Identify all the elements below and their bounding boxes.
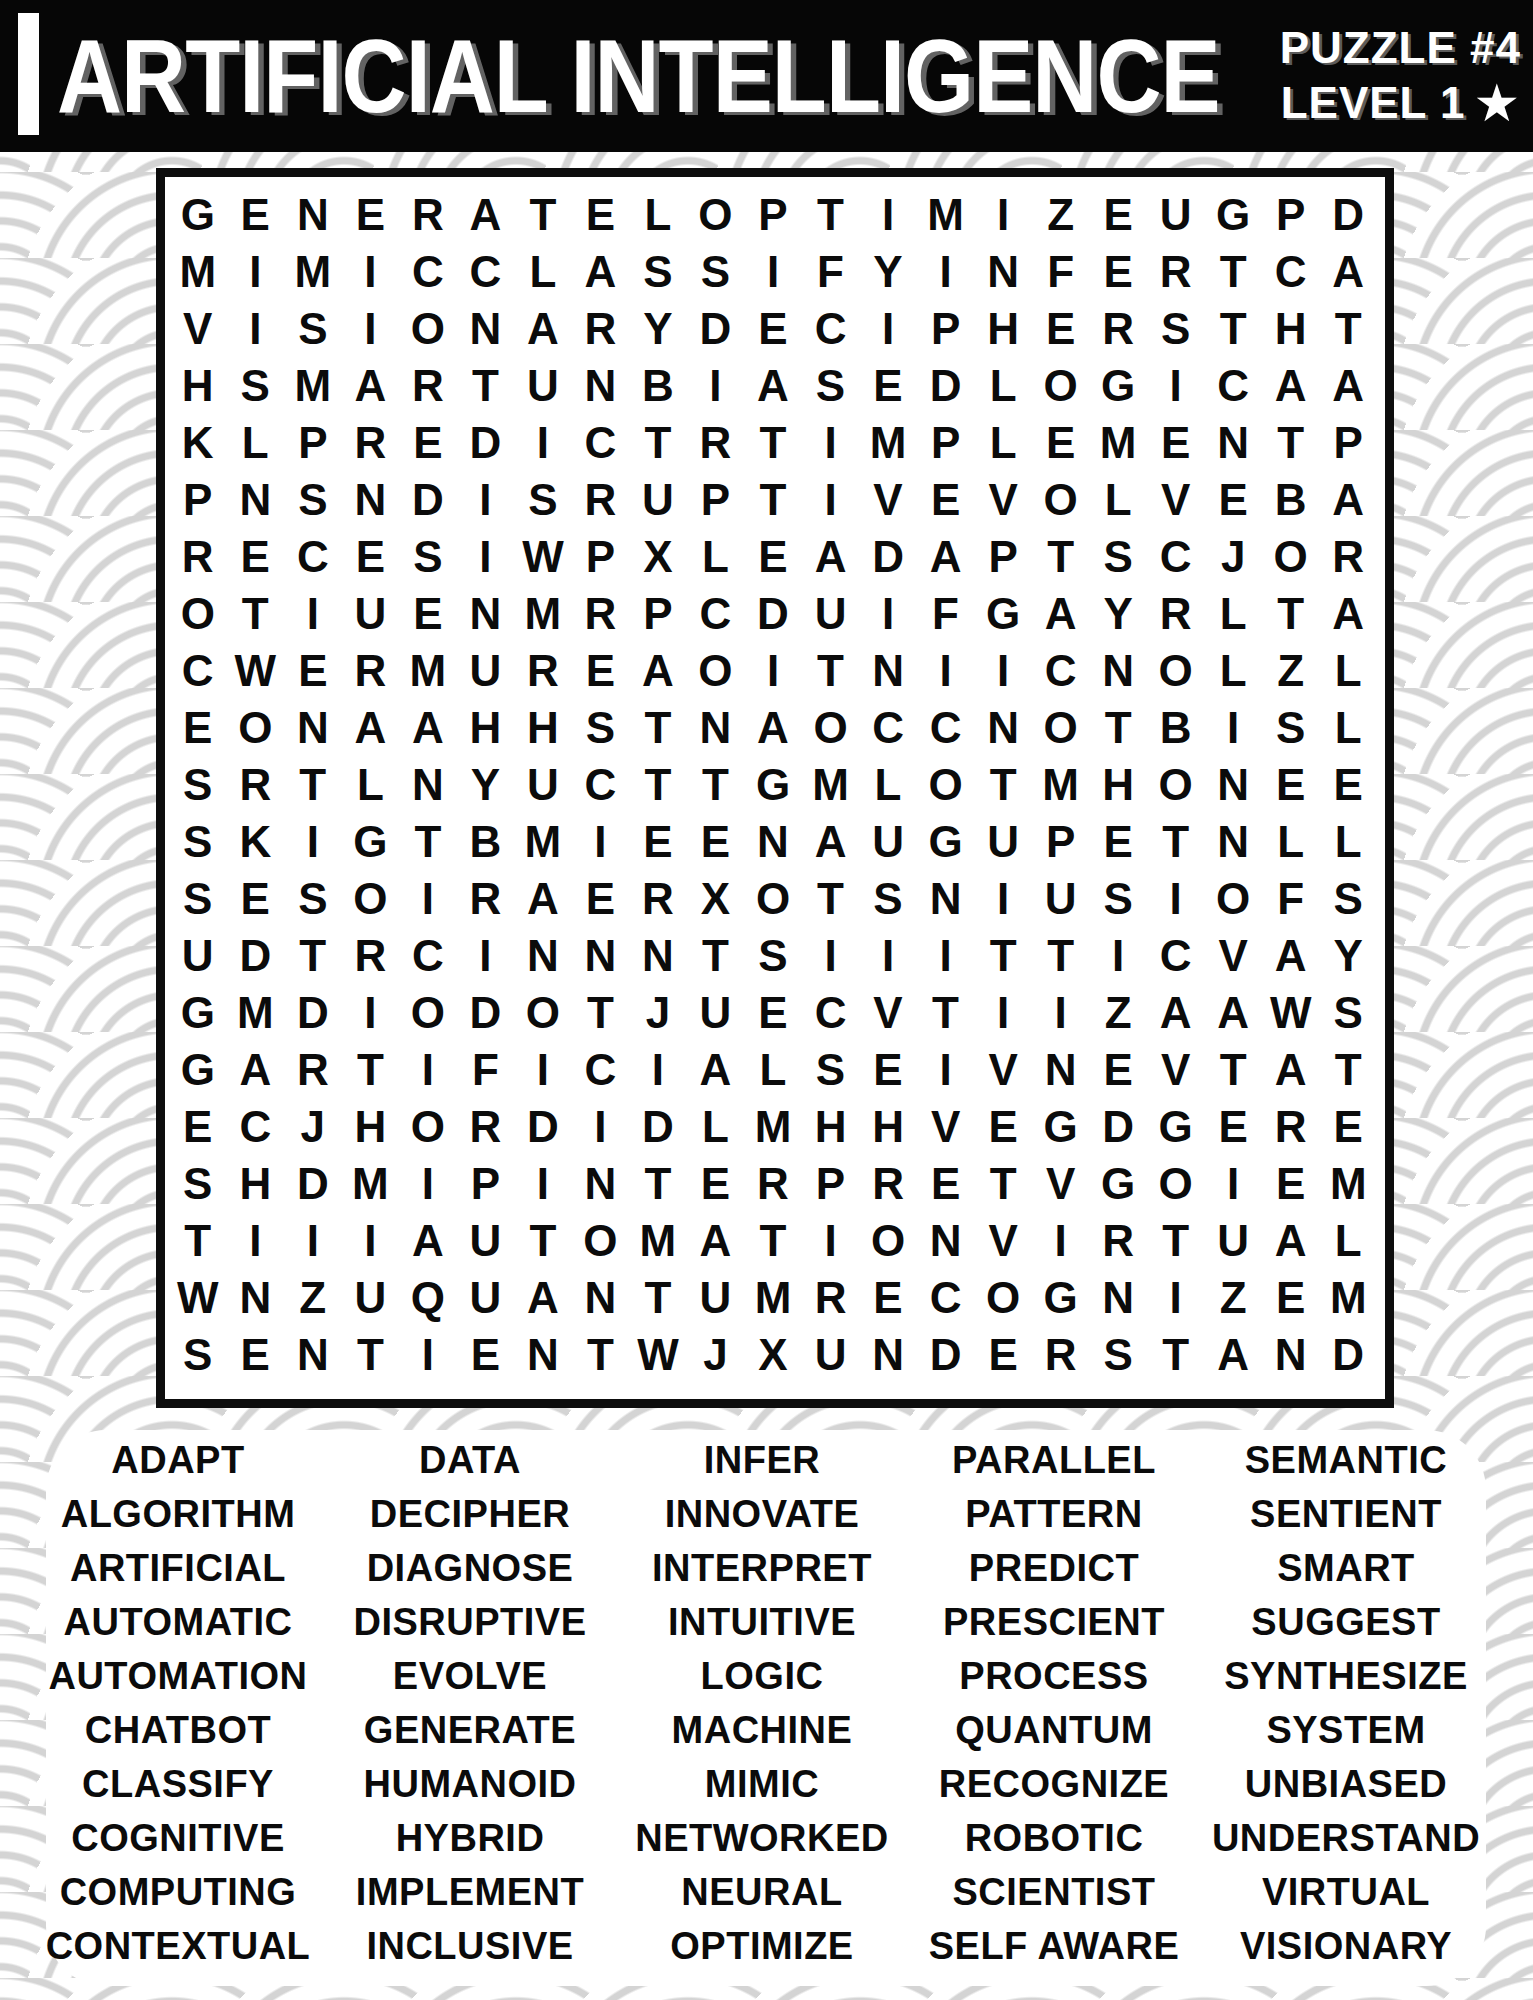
- word-item: HUMANOID: [324, 1758, 616, 1812]
- word-search-page: { "game": "word-search", "header": { "ti…: [0, 0, 1533, 2000]
- grid-cell: A: [1262, 927, 1320, 984]
- grid-cell: O: [399, 301, 457, 358]
- grid-cell: C: [802, 984, 860, 1041]
- grid-cell: E: [744, 984, 802, 1041]
- word-item: PATTERN: [908, 1487, 1200, 1541]
- grid-cell: R: [572, 586, 630, 643]
- grid-cell: T: [284, 757, 342, 814]
- grid-cell: I: [514, 1155, 572, 1212]
- word-item: GENERATE: [324, 1703, 616, 1757]
- grid-cell: T: [1262, 415, 1320, 472]
- grid-cell: U: [859, 813, 917, 870]
- level-label: LEVEL 1: [1281, 75, 1466, 131]
- grid-cell: T: [1204, 1041, 1262, 1098]
- grid-cell: J: [687, 1326, 745, 1383]
- grid-cell: Y: [1319, 927, 1377, 984]
- grid-cell: E: [1032, 415, 1090, 472]
- grid-cell: I: [1147, 1269, 1205, 1326]
- grid-cell: O: [1032, 358, 1090, 415]
- grid-cell: R: [859, 1155, 917, 1212]
- word-item: DATA: [324, 1433, 616, 1487]
- grid-cell: T: [1319, 1041, 1377, 1098]
- grid-cell: E: [629, 813, 687, 870]
- grid-cell: D: [284, 1155, 342, 1212]
- grid-cell: O: [227, 700, 285, 757]
- word-item: INNOVATE: [616, 1487, 908, 1541]
- puzzle-info: PUZZLE #4 LEVEL 1 ★: [1280, 0, 1521, 152]
- grid-cell: I: [457, 472, 515, 529]
- grid-cell: I: [514, 1041, 572, 1098]
- grid-cell: R: [572, 472, 630, 529]
- word-item: ALGORITHM: [32, 1487, 324, 1541]
- grid-cell: F: [1262, 870, 1320, 927]
- word-item: INCLUSIVE: [324, 1920, 616, 1974]
- grid-cell: T: [974, 1155, 1032, 1212]
- grid-cell: R: [1089, 1212, 1147, 1269]
- grid-cell: M: [629, 1212, 687, 1269]
- grid-cell: Z: [1204, 1269, 1262, 1326]
- grid-cell: I: [227, 301, 285, 358]
- grid-cell: A: [1262, 358, 1320, 415]
- grid-cell: C: [572, 1041, 630, 1098]
- grid-cell: L: [687, 529, 745, 586]
- grid-cell: D: [227, 927, 285, 984]
- grid-cell: U: [342, 1269, 400, 1326]
- word-item: PREDICT: [908, 1541, 1200, 1595]
- grid-cell: W: [514, 529, 572, 586]
- grid-cell: C: [572, 757, 630, 814]
- grid-cell: N: [1204, 415, 1262, 472]
- grid-cell: P: [169, 472, 227, 529]
- grid-cell: M: [169, 244, 227, 301]
- grid-cell: V: [1204, 927, 1262, 984]
- grid-cell: N: [572, 1155, 630, 1212]
- grid-cell: E: [859, 358, 917, 415]
- grid-cell: T: [629, 700, 687, 757]
- grid-cell: H: [457, 700, 515, 757]
- grid-cell: O: [687, 187, 745, 244]
- grid-cell: W: [629, 1326, 687, 1383]
- grid-cell: Z: [284, 1269, 342, 1326]
- grid-cell: S: [284, 472, 342, 529]
- grid-cell: S: [169, 870, 227, 927]
- word-item: COMPUTING: [32, 1866, 324, 1920]
- grid-cell: T: [802, 187, 860, 244]
- grid-cell: E: [1262, 1155, 1320, 1212]
- grid-cell: E: [687, 813, 745, 870]
- grid-cell: I: [859, 301, 917, 358]
- grid-cell: U: [974, 813, 1032, 870]
- grid-cell: D: [859, 529, 917, 586]
- grid-cell: L: [1262, 813, 1320, 870]
- grid-cell: W: [169, 1269, 227, 1326]
- grid-cell: R: [572, 301, 630, 358]
- grid-cell: K: [169, 415, 227, 472]
- grid-cell: U: [629, 472, 687, 529]
- grid-cell: T: [572, 1326, 630, 1383]
- grid-cell: E: [227, 187, 285, 244]
- grid-cell: E: [744, 529, 802, 586]
- word-item: HYBRID: [324, 1812, 616, 1866]
- grid-cell: V: [974, 1212, 1032, 1269]
- grid-cell: E: [227, 870, 285, 927]
- word-item: DIAGNOSE: [324, 1541, 616, 1595]
- grid-cell: I: [917, 927, 975, 984]
- grid-cell: I: [859, 927, 917, 984]
- grid-cell: T: [687, 927, 745, 984]
- grid-cell: R: [1032, 1326, 1090, 1383]
- grid-cell: G: [917, 813, 975, 870]
- grid-cell: G: [342, 813, 400, 870]
- word-item: COGNITIVE: [32, 1812, 324, 1866]
- grid-cell: E: [974, 1326, 1032, 1383]
- grid-cell: N: [227, 1269, 285, 1326]
- grid-cell: O: [687, 643, 745, 700]
- grid-cell: J: [284, 1098, 342, 1155]
- grid-cell: A: [1032, 586, 1090, 643]
- grid-cell: R: [399, 358, 457, 415]
- grid-cell: E: [1262, 1269, 1320, 1326]
- grid-cell: E: [342, 187, 400, 244]
- star-icon: ★: [1473, 77, 1521, 129]
- grid-cell: T: [744, 1212, 802, 1269]
- grid-cell: A: [744, 358, 802, 415]
- grid-cell: P: [572, 529, 630, 586]
- grid-cell: O: [917, 757, 975, 814]
- grid-cell: A: [917, 529, 975, 586]
- grid-cell: N: [457, 586, 515, 643]
- grid-cell: H: [1089, 757, 1147, 814]
- grid-cell: G: [1089, 1155, 1147, 1212]
- grid-cell: I: [399, 870, 457, 927]
- grid-cell: V: [1147, 1041, 1205, 1098]
- grid-cell: S: [284, 301, 342, 358]
- grid-cell: A: [342, 358, 400, 415]
- grid-cell: U: [1204, 1212, 1262, 1269]
- grid-cell: I: [744, 244, 802, 301]
- grid-cell: C: [802, 301, 860, 358]
- grid-cell: I: [227, 1212, 285, 1269]
- grid-cell: I: [284, 813, 342, 870]
- grid-cell: Y: [629, 301, 687, 358]
- word-item: SENTIENT: [1200, 1487, 1492, 1541]
- grid-cell: I: [859, 187, 917, 244]
- grid-cell: P: [917, 415, 975, 472]
- grid-cell: O: [1262, 529, 1320, 586]
- grid-cell: L: [227, 415, 285, 472]
- grid-cell: T: [1032, 927, 1090, 984]
- grid-cell: L: [974, 358, 1032, 415]
- grid-cell: S: [514, 472, 572, 529]
- grid-cell: I: [1147, 358, 1205, 415]
- grid-cell: H: [342, 1098, 400, 1155]
- grid-cell: P: [687, 472, 745, 529]
- grid-cell: T: [629, 1155, 687, 1212]
- word-item: QUANTUM: [908, 1703, 1200, 1757]
- grid-cell: S: [169, 813, 227, 870]
- grid-cell: Q: [399, 1269, 457, 1326]
- grid-cell: W: [1262, 984, 1320, 1041]
- grid-cell: B: [629, 358, 687, 415]
- grid-cell: R: [457, 870, 515, 927]
- word-item: MACHINE: [616, 1703, 908, 1757]
- grid-cell: E: [227, 1326, 285, 1383]
- grid-cell: I: [1147, 870, 1205, 927]
- grid-cell: H: [227, 1155, 285, 1212]
- grid-cell: B: [1147, 700, 1205, 757]
- grid-cell: A: [1204, 984, 1262, 1041]
- grid-cell: I: [399, 1041, 457, 1098]
- grid-cell: R: [629, 870, 687, 927]
- grid-cell: E: [974, 1098, 1032, 1155]
- grid-cell: T: [1262, 586, 1320, 643]
- grid-cell: A: [1147, 984, 1205, 1041]
- grid-cell: N: [1032, 1041, 1090, 1098]
- grid-cell: E: [284, 643, 342, 700]
- grid-cell: G: [169, 187, 227, 244]
- grid-cell: A: [687, 1041, 745, 1098]
- grid-cell: H: [169, 358, 227, 415]
- grid-cell: I: [514, 415, 572, 472]
- grid-cell: A: [1204, 1326, 1262, 1383]
- grid-cell: A: [572, 244, 630, 301]
- grid-cell: T: [1147, 1326, 1205, 1383]
- grid-cell: R: [1147, 586, 1205, 643]
- grid-cell: R: [687, 415, 745, 472]
- grid-cell: O: [802, 700, 860, 757]
- grid-cell: E: [399, 586, 457, 643]
- grid-cell: T: [802, 643, 860, 700]
- grid-cell: S: [1319, 870, 1377, 927]
- grid-cell: R: [514, 643, 572, 700]
- grid-cell: R: [744, 1155, 802, 1212]
- grid-cell: U: [514, 358, 572, 415]
- grid-cell: N: [974, 700, 1032, 757]
- grid-cell: G: [744, 757, 802, 814]
- grid-cell: L: [744, 1041, 802, 1098]
- grid-cell: N: [859, 1326, 917, 1383]
- word-item: PROCESS: [908, 1649, 1200, 1703]
- grid-cell: U: [514, 757, 572, 814]
- grid-cell: Y: [859, 244, 917, 301]
- grid-cell: Y: [457, 757, 515, 814]
- grid-cell: T: [284, 927, 342, 984]
- grid-cell: I: [399, 1326, 457, 1383]
- grid-cell: S: [687, 244, 745, 301]
- grid-cell: O: [399, 984, 457, 1041]
- grid-cell: N: [917, 870, 975, 927]
- grid-cell: A: [1262, 1041, 1320, 1098]
- grid-cell: E: [169, 1098, 227, 1155]
- grid-cell: O: [342, 870, 400, 927]
- grid-cell: G: [1032, 1269, 1090, 1326]
- grid-cell: I: [802, 472, 860, 529]
- grid-cell: C: [1204, 358, 1262, 415]
- grid-cell: O: [169, 586, 227, 643]
- grid-cell: E: [169, 700, 227, 757]
- grid-cell: T: [629, 757, 687, 814]
- grid-cell: D: [1089, 1098, 1147, 1155]
- grid-cell: R: [342, 415, 400, 472]
- word-item: AUTOMATION: [32, 1649, 324, 1703]
- word-item: SUGGEST: [1200, 1595, 1492, 1649]
- grid-cell: A: [1319, 472, 1377, 529]
- grid-cell: N: [974, 244, 1032, 301]
- grid-cell: R: [1089, 301, 1147, 358]
- grid-cell: N: [342, 472, 400, 529]
- grid-cell: T: [514, 187, 572, 244]
- grid-cell: C: [1147, 927, 1205, 984]
- grid-cell: D: [399, 472, 457, 529]
- grid-cell: S: [802, 1041, 860, 1098]
- grid-cell: E: [572, 187, 630, 244]
- grid-cell: E: [859, 1269, 917, 1326]
- grid-cell: S: [1089, 870, 1147, 927]
- grid-cell: O: [399, 1098, 457, 1155]
- grid-cell: M: [1089, 415, 1147, 472]
- grid-cell: S: [169, 1326, 227, 1383]
- page-title: ARTIFICIAL INTELLIGENCE: [57, 16, 1220, 136]
- grid-cell: F: [457, 1041, 515, 1098]
- grid-cell: L: [1204, 643, 1262, 700]
- word-item: MIMIC: [616, 1758, 908, 1812]
- grid-cell: M: [284, 358, 342, 415]
- grid-cell: I: [974, 643, 1032, 700]
- grid-cell: A: [629, 643, 687, 700]
- grid-cell: I: [1032, 984, 1090, 1041]
- grid-cell: L: [629, 187, 687, 244]
- grid-cell: T: [399, 813, 457, 870]
- grid-cell: E: [687, 1155, 745, 1212]
- grid-cell: L: [1319, 643, 1377, 700]
- grid-cell: E: [572, 870, 630, 927]
- grid-cell: G: [974, 586, 1032, 643]
- grid-cell: I: [342, 301, 400, 358]
- grid-cell: I: [802, 927, 860, 984]
- grid-cell: N: [284, 1326, 342, 1383]
- grid-cell: E: [1204, 472, 1262, 529]
- grid-cell: L: [342, 757, 400, 814]
- grid-cell: S: [744, 927, 802, 984]
- grid-cell: N: [514, 927, 572, 984]
- word-item: INTUITIVE: [616, 1595, 908, 1649]
- grid-cell: A: [399, 1212, 457, 1269]
- grid-cell: I: [284, 1212, 342, 1269]
- word-item: EVOLVE: [324, 1649, 616, 1703]
- grid-cell: T: [1089, 700, 1147, 757]
- grid-cell: S: [1089, 529, 1147, 586]
- grid-cell: Z: [1032, 187, 1090, 244]
- grid-cell: I: [284, 586, 342, 643]
- grid-cell: A: [514, 301, 572, 358]
- grid-cell: N: [399, 757, 457, 814]
- grid-cell: L: [1089, 472, 1147, 529]
- word-item: SMART: [1200, 1541, 1492, 1595]
- word-item: NETWORKED: [616, 1812, 908, 1866]
- grid-cell: T: [342, 1326, 400, 1383]
- word-item: ARTIFICIAL: [32, 1541, 324, 1595]
- grid-cell: N: [284, 187, 342, 244]
- grid-cell: O: [744, 870, 802, 927]
- grid-cell: N: [629, 927, 687, 984]
- grid-cell: M: [802, 757, 860, 814]
- grid-cell: N: [1089, 1269, 1147, 1326]
- grid-cell: J: [629, 984, 687, 1041]
- grid-cell: E: [572, 643, 630, 700]
- grid-cell: E: [227, 529, 285, 586]
- grid-cell: D: [457, 415, 515, 472]
- grid-cell: T: [342, 1041, 400, 1098]
- grid-cell: T: [917, 984, 975, 1041]
- grid-cell: A: [687, 1212, 745, 1269]
- grid-cell: E: [1147, 415, 1205, 472]
- grid-cell: O: [1032, 472, 1090, 529]
- grid-cell: G: [1032, 1098, 1090, 1155]
- grid-cell: O: [572, 1212, 630, 1269]
- grid-cell: N: [859, 643, 917, 700]
- grid-cell: P: [917, 301, 975, 358]
- grid-cell: H: [514, 700, 572, 757]
- grid-cell: A: [1262, 1212, 1320, 1269]
- grid-cell: R: [802, 1269, 860, 1326]
- grid-cell: V: [859, 472, 917, 529]
- grid-cell: R: [1262, 1098, 1320, 1155]
- word-item: ROBOTIC: [908, 1812, 1200, 1866]
- word-item: PARALLEL: [908, 1433, 1200, 1487]
- grid-cell: L: [687, 1098, 745, 1155]
- grid-cell: F: [917, 586, 975, 643]
- grid-cell: B: [457, 813, 515, 870]
- grid-cell: F: [802, 244, 860, 301]
- grid-cell: I: [629, 1041, 687, 1098]
- grid-cell: N: [1204, 757, 1262, 814]
- word-item: SEMANTIC: [1200, 1433, 1492, 1487]
- grid-cell: R: [227, 757, 285, 814]
- grid-cell: C: [859, 700, 917, 757]
- grid-cell: U: [802, 1326, 860, 1383]
- grid-cell: P: [1319, 415, 1377, 472]
- grid-cell: T: [572, 984, 630, 1041]
- word-item: AUTOMATIC: [32, 1595, 324, 1649]
- grid-cell: T: [744, 472, 802, 529]
- grid-cell: T: [629, 415, 687, 472]
- grid-cell: I: [342, 984, 400, 1041]
- grid-cell: X: [744, 1326, 802, 1383]
- letter-grid: GENERATELOPTIMIZEUGPDMIMICCLASSIFYINFERT…: [156, 168, 1394, 1408]
- grid-cell: G: [169, 1041, 227, 1098]
- grid-cell: G: [1089, 358, 1147, 415]
- grid-cell: S: [284, 870, 342, 927]
- grid-cell: O: [1204, 870, 1262, 927]
- grid-cell: M: [744, 1269, 802, 1326]
- grid-cell: T: [1147, 1212, 1205, 1269]
- grid-cell: T: [514, 1212, 572, 1269]
- grid-cell: M: [514, 586, 572, 643]
- grid-cell: X: [629, 529, 687, 586]
- grid-cell: V: [1032, 1155, 1090, 1212]
- grid-cell: A: [342, 700, 400, 757]
- grid-cell: N: [572, 927, 630, 984]
- grid-cell: P: [284, 415, 342, 472]
- grid-cell: P: [1032, 813, 1090, 870]
- grid-cell: D: [284, 984, 342, 1041]
- grid-cell: P: [744, 187, 802, 244]
- grid-cell: C: [399, 244, 457, 301]
- grid-cell: T: [1319, 301, 1377, 358]
- grid-cell: I: [227, 244, 285, 301]
- grid-cell: C: [1147, 529, 1205, 586]
- grid-cell: S: [859, 870, 917, 927]
